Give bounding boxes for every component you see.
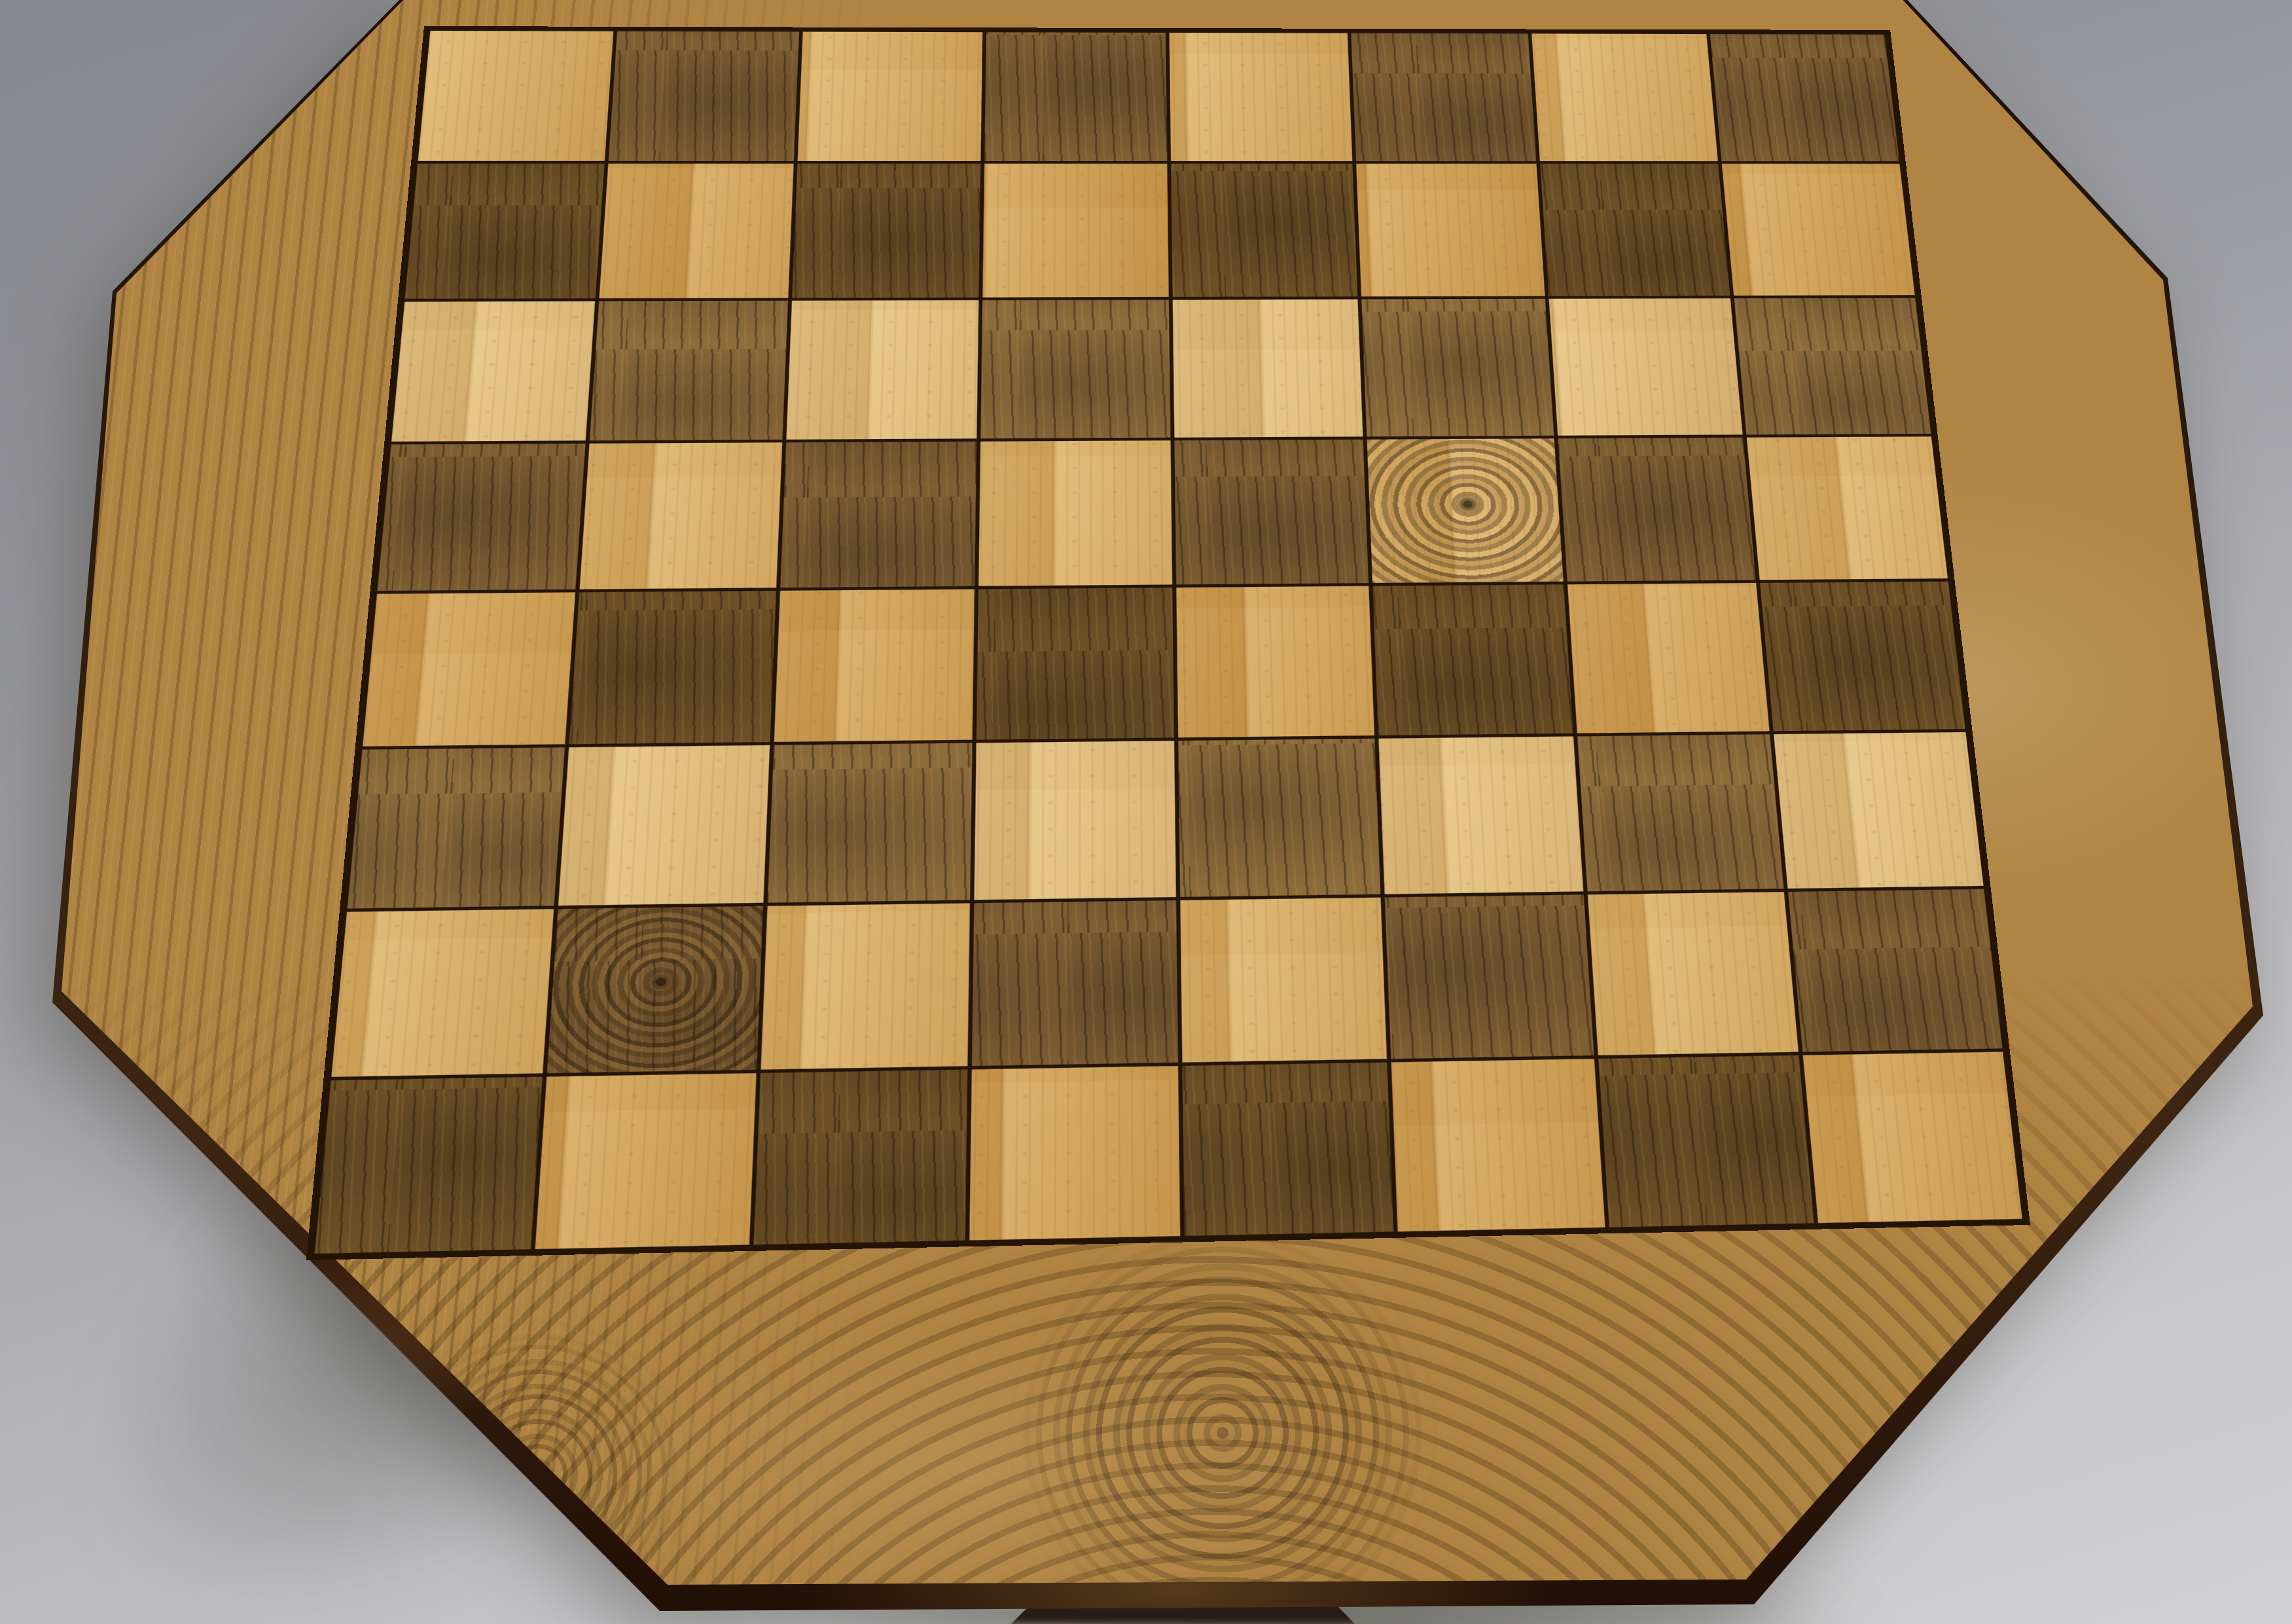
product-photo (0, 0, 2292, 1624)
board-square (599, 164, 793, 298)
board-square (761, 903, 971, 1070)
board-square (779, 442, 976, 588)
board-square (1170, 33, 1352, 161)
board-square (975, 741, 1176, 900)
board-square (1587, 891, 1799, 1055)
board-square (1531, 33, 1719, 161)
board-square (579, 443, 781, 590)
board-square (970, 1066, 1181, 1240)
board-square (1567, 583, 1770, 733)
board-square (1549, 298, 1743, 436)
board-square (378, 444, 586, 591)
board-square (976, 588, 1174, 739)
board-square (558, 745, 770, 906)
board-square (981, 300, 1171, 439)
chessboard (306, 26, 2030, 1260)
board-square (1577, 734, 1783, 891)
board-square (1174, 440, 1368, 584)
board-square (1722, 164, 1915, 295)
board-square (535, 1073, 756, 1249)
board-square (1774, 732, 1983, 889)
board-square (983, 164, 1169, 297)
board-square (985, 32, 1168, 161)
board-square (391, 301, 595, 442)
wood-knot (546, 906, 762, 1073)
board-square (405, 164, 604, 298)
wood-knot (1367, 438, 1563, 583)
board-square (1734, 298, 1931, 435)
board-square (331, 909, 554, 1078)
board-square (546, 906, 762, 1073)
board-square (315, 1077, 543, 1254)
board-square (753, 1070, 968, 1244)
board-square (1378, 736, 1583, 894)
board-square (1183, 1063, 1393, 1236)
board-square (1803, 1052, 2022, 1223)
board-square (1372, 584, 1573, 735)
board-square (1361, 298, 1554, 436)
board-square (1747, 436, 1948, 580)
board-square (1391, 1059, 1604, 1232)
board-square (1173, 299, 1363, 438)
board-square (797, 32, 983, 161)
board-square (1710, 34, 1899, 161)
board-square (589, 300, 787, 441)
board-square (978, 440, 1172, 586)
board-square (348, 747, 565, 908)
board-square (1598, 1055, 1814, 1227)
board-square (1539, 164, 1730, 296)
board-square (1356, 164, 1545, 296)
chess-table (0, 0, 2292, 1624)
board-square (569, 591, 776, 744)
board-square (774, 589, 975, 741)
board-square (1176, 586, 1374, 737)
board-square (786, 300, 979, 440)
board-square (767, 743, 973, 902)
board-square (1171, 164, 1357, 296)
board-square (1788, 889, 2002, 1052)
board-square (608, 31, 798, 161)
board-square (1558, 438, 1756, 582)
board-square (1178, 738, 1380, 896)
board-square (1351, 33, 1536, 161)
board-square (1760, 582, 1965, 732)
board-square (791, 164, 980, 298)
board-square (418, 31, 613, 161)
board-square (1384, 894, 1593, 1059)
board-square (363, 592, 575, 746)
board-square (972, 900, 1178, 1066)
board-square (1367, 438, 1563, 583)
board-square (1180, 897, 1386, 1063)
